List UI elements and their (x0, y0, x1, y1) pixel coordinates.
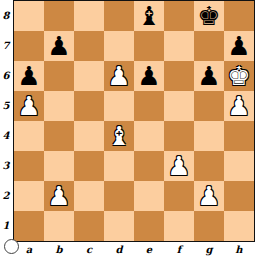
chess-diagram: ♝♚♟♟♟♟♟♟♚♟♟♝♟♟♟ 87654321 abcdefgh (0, 0, 257, 257)
square-g4[interactable] (194, 121, 224, 151)
square-a5[interactable]: ♟ (14, 91, 44, 121)
rank-label-5: 5 (0, 91, 12, 121)
square-e5[interactable] (134, 91, 164, 121)
square-a8[interactable] (14, 1, 44, 31)
square-b3[interactable] (44, 151, 74, 181)
rank-label-8: 8 (0, 1, 12, 31)
square-d4[interactable]: ♝ (104, 121, 134, 151)
file-label-d: d (104, 243, 134, 257)
square-b5[interactable] (44, 91, 74, 121)
square-g7[interactable] (194, 31, 224, 61)
square-h2[interactable] (224, 181, 254, 211)
rank-label-4: 4 (0, 121, 12, 151)
piece-white-pawn[interactable]: ♟ (104, 61, 134, 91)
square-h5[interactable]: ♟ (224, 91, 254, 121)
piece-white-pawn[interactable]: ♟ (164, 151, 194, 181)
piece-black-pawn[interactable]: ♟ (14, 61, 44, 91)
square-g6[interactable]: ♟ (194, 61, 224, 91)
file-label-g: g (194, 243, 224, 257)
square-e6[interactable]: ♟ (134, 61, 164, 91)
piece-black-bishop[interactable]: ♝ (134, 1, 164, 31)
rank-label-2: 2 (0, 181, 12, 211)
piece-white-pawn[interactable]: ♟ (44, 181, 74, 211)
piece-white-king[interactable]: ♚ (224, 61, 254, 91)
square-f3[interactable]: ♟ (164, 151, 194, 181)
square-d2[interactable] (104, 181, 134, 211)
piece-white-bishop[interactable]: ♝ (104, 121, 134, 151)
square-f7[interactable] (164, 31, 194, 61)
square-h4[interactable] (224, 121, 254, 151)
square-a3[interactable] (14, 151, 44, 181)
rank-label-7: 7 (0, 31, 12, 61)
square-c6[interactable] (74, 61, 104, 91)
square-f8[interactable] (164, 1, 194, 31)
square-e7[interactable] (134, 31, 164, 61)
square-b8[interactable] (44, 1, 74, 31)
square-h6[interactable]: ♚ (224, 61, 254, 91)
piece-black-pawn[interactable]: ♟ (134, 61, 164, 91)
file-label-h: h (224, 243, 254, 257)
square-f5[interactable] (164, 91, 194, 121)
square-g3[interactable] (194, 151, 224, 181)
square-a2[interactable] (14, 181, 44, 211)
square-c1[interactable] (74, 211, 104, 241)
file-label-c: c (74, 243, 104, 257)
square-a4[interactable] (14, 121, 44, 151)
piece-white-pawn[interactable]: ♟ (14, 91, 44, 121)
square-f6[interactable] (164, 61, 194, 91)
square-b2[interactable]: ♟ (44, 181, 74, 211)
square-c7[interactable] (74, 31, 104, 61)
rank-label-1: 1 (0, 211, 12, 241)
square-h3[interactable] (224, 151, 254, 181)
square-h1[interactable] (224, 211, 254, 241)
piece-white-pawn[interactable]: ♟ (224, 91, 254, 121)
piece-black-king[interactable]: ♚ (194, 1, 224, 31)
square-c5[interactable] (74, 91, 104, 121)
square-e4[interactable] (134, 121, 164, 151)
square-c2[interactable] (74, 181, 104, 211)
rank-label-3: 3 (0, 151, 12, 181)
square-e8[interactable]: ♝ (134, 1, 164, 31)
square-b7[interactable]: ♟ (44, 31, 74, 61)
piece-black-pawn[interactable]: ♟ (44, 31, 74, 61)
square-c4[interactable] (74, 121, 104, 151)
square-e3[interactable] (134, 151, 164, 181)
square-c3[interactable] (74, 151, 104, 181)
file-label-e: e (134, 243, 164, 257)
chess-board: ♝♚♟♟♟♟♟♟♚♟♟♝♟♟♟ (13, 0, 255, 242)
square-c8[interactable] (74, 1, 104, 31)
white-to-move-indicator (4, 239, 19, 254)
square-b6[interactable] (44, 61, 74, 91)
square-b1[interactable] (44, 211, 74, 241)
square-f2[interactable] (164, 181, 194, 211)
square-g5[interactable] (194, 91, 224, 121)
file-label-b: b (44, 243, 74, 257)
square-e2[interactable] (134, 181, 164, 211)
square-a7[interactable] (14, 31, 44, 61)
square-a6[interactable]: ♟ (14, 61, 44, 91)
piece-black-pawn[interactable]: ♟ (194, 61, 224, 91)
square-d5[interactable] (104, 91, 134, 121)
square-h8[interactable] (224, 1, 254, 31)
square-d3[interactable] (104, 151, 134, 181)
square-g2[interactable]: ♟ (194, 181, 224, 211)
square-g8[interactable]: ♚ (194, 1, 224, 31)
square-a1[interactable] (14, 211, 44, 241)
piece-black-pawn[interactable]: ♟ (224, 31, 254, 61)
piece-white-pawn[interactable]: ♟ (194, 181, 224, 211)
square-g1[interactable] (194, 211, 224, 241)
square-e1[interactable] (134, 211, 164, 241)
square-f4[interactable] (164, 121, 194, 151)
square-b4[interactable] (44, 121, 74, 151)
square-f1[interactable] (164, 211, 194, 241)
square-d6[interactable]: ♟ (104, 61, 134, 91)
square-d1[interactable] (104, 211, 134, 241)
rank-label-6: 6 (0, 61, 12, 91)
square-d7[interactable] (104, 31, 134, 61)
square-d8[interactable] (104, 1, 134, 31)
square-h7[interactable]: ♟ (224, 31, 254, 61)
file-label-f: f (164, 243, 194, 257)
